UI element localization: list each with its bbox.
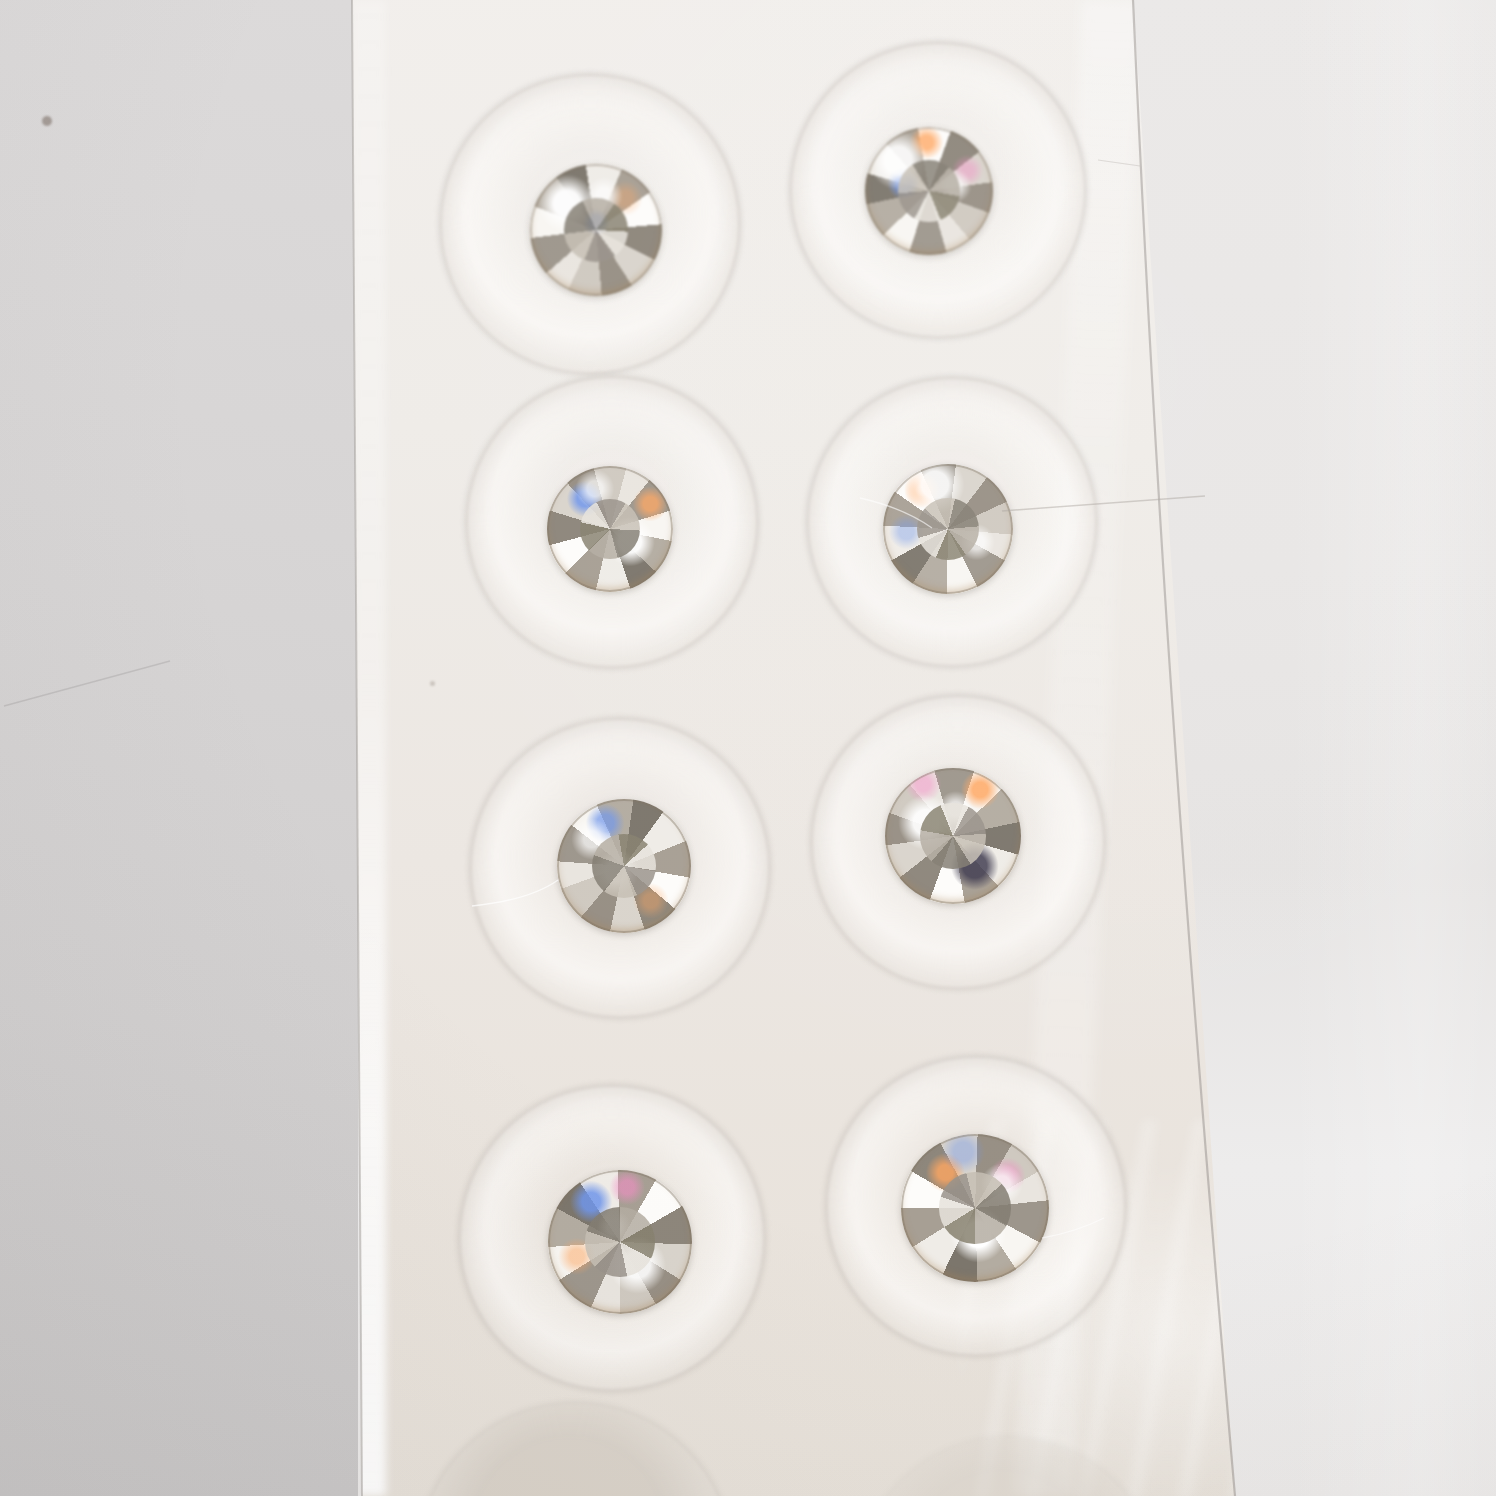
strip-right-edge-line (1133, 0, 1235, 1496)
edge-and-crease-lines (0, 0, 1496, 1496)
adhesive-wisp-1 (472, 880, 558, 906)
adhesive-wisp-2 (860, 498, 932, 528)
strip-crease-line (1002, 496, 1205, 511)
photo-scene: Macro photograph of eight clear faceted … (0, 0, 1496, 1496)
strip-left-edge-line (352, 0, 362, 1496)
strip-edge-nick (1098, 160, 1140, 166)
adhesive-wisp-3 (1042, 1218, 1104, 1238)
surface-scratch-line (4, 661, 170, 706)
